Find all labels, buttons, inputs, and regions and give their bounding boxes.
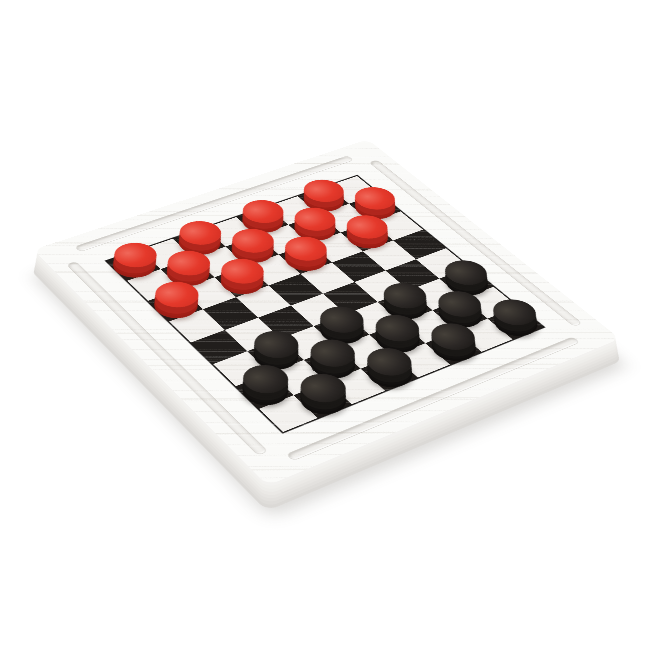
product-photo-scene: ⛀⛀⛀⛀⛀⛀⛀⛀⛀⛀⛀⛀⛂⛂⛂⛂⛂⛂⛂⛂⛂⛂⛂⛂ (0, 0, 660, 660)
checkers-board: ⛀⛀⛀⛀⛀⛀⛀⛀⛀⛀⛀⛀⛂⛂⛂⛂⛂⛂⛂⛂⛂⛂⛂⛂ (107, 176, 543, 432)
checkers-board-photo: ⛀⛀⛀⛀⛀⛀⛀⛀⛀⛀⛀⛀⛂⛂⛂⛂⛂⛂⛂⛂⛂⛂⛂⛂ (0, 0, 660, 660)
